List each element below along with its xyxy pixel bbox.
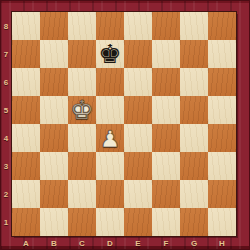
chess-diagram: ♚♚♟ 87654321 ABCDEFGH xyxy=(0,0,250,250)
square-g1[interactable] xyxy=(180,208,208,236)
rank-label-1: 1 xyxy=(0,208,12,236)
square-d2[interactable] xyxy=(96,180,124,208)
square-c2[interactable] xyxy=(68,180,96,208)
square-a4[interactable] xyxy=(12,124,40,152)
square-f7[interactable] xyxy=(152,40,180,68)
square-f6[interactable] xyxy=(152,68,180,96)
rank-label-6: 6 xyxy=(0,68,12,96)
rank-label-8: 8 xyxy=(0,12,12,40)
square-b2[interactable] xyxy=(40,180,68,208)
square-h8[interactable] xyxy=(208,12,236,40)
square-a1[interactable] xyxy=(12,208,40,236)
square-e8[interactable] xyxy=(124,12,152,40)
square-b1[interactable] xyxy=(40,208,68,236)
rank-label-7: 7 xyxy=(0,40,12,68)
chess-board: ♚♚♟ xyxy=(12,12,236,236)
square-b7[interactable] xyxy=(40,40,68,68)
square-h2[interactable] xyxy=(208,180,236,208)
square-h4[interactable] xyxy=(208,124,236,152)
square-e7[interactable] xyxy=(124,40,152,68)
square-e1[interactable] xyxy=(124,208,152,236)
square-c3[interactable] xyxy=(68,152,96,180)
square-a2[interactable] xyxy=(12,180,40,208)
square-h6[interactable] xyxy=(208,68,236,96)
square-c6[interactable] xyxy=(68,68,96,96)
square-d5[interactable] xyxy=(96,96,124,124)
file-label-f: F xyxy=(152,236,180,250)
square-b8[interactable] xyxy=(40,12,68,40)
white-pawn-d4: ♟ xyxy=(100,128,121,151)
square-b3[interactable] xyxy=(40,152,68,180)
square-h1[interactable] xyxy=(208,208,236,236)
square-d8[interactable] xyxy=(96,12,124,40)
square-g3[interactable] xyxy=(180,152,208,180)
square-g8[interactable] xyxy=(180,12,208,40)
square-f2[interactable] xyxy=(152,180,180,208)
square-d3[interactable] xyxy=(96,152,124,180)
square-e6[interactable] xyxy=(124,68,152,96)
square-f4[interactable] xyxy=(152,124,180,152)
file-label-a: A xyxy=(12,236,40,250)
square-a5[interactable] xyxy=(12,96,40,124)
rank-label-2: 2 xyxy=(0,180,12,208)
square-c1[interactable] xyxy=(68,208,96,236)
square-a6[interactable] xyxy=(12,68,40,96)
square-b6[interactable] xyxy=(40,68,68,96)
square-d7[interactable]: ♚ xyxy=(96,40,124,68)
file-label-b: B xyxy=(40,236,68,250)
rank-label-5: 5 xyxy=(0,96,12,124)
white-king-c5: ♚ xyxy=(70,97,93,123)
square-e3[interactable] xyxy=(124,152,152,180)
square-a7[interactable] xyxy=(12,40,40,68)
black-king-d7: ♚ xyxy=(98,41,121,67)
file-label-c: C xyxy=(68,236,96,250)
square-c4[interactable] xyxy=(68,124,96,152)
square-g6[interactable] xyxy=(180,68,208,96)
square-e4[interactable] xyxy=(124,124,152,152)
rank-labels: 87654321 xyxy=(0,12,12,236)
square-g4[interactable] xyxy=(180,124,208,152)
square-c8[interactable] xyxy=(68,12,96,40)
square-b4[interactable] xyxy=(40,124,68,152)
square-f8[interactable] xyxy=(152,12,180,40)
square-a3[interactable] xyxy=(12,152,40,180)
square-f5[interactable] xyxy=(152,96,180,124)
square-f3[interactable] xyxy=(152,152,180,180)
file-label-e: E xyxy=(124,236,152,250)
square-a8[interactable] xyxy=(12,12,40,40)
square-b5[interactable] xyxy=(40,96,68,124)
square-d6[interactable] xyxy=(96,68,124,96)
square-e5[interactable] xyxy=(124,96,152,124)
square-d4[interactable]: ♟ xyxy=(96,124,124,152)
file-label-d: D xyxy=(96,236,124,250)
square-c5[interactable]: ♚ xyxy=(68,96,96,124)
square-h5[interactable] xyxy=(208,96,236,124)
file-label-g: G xyxy=(180,236,208,250)
file-label-h: H xyxy=(208,236,236,250)
square-c7[interactable] xyxy=(68,40,96,68)
square-h7[interactable] xyxy=(208,40,236,68)
square-g7[interactable] xyxy=(180,40,208,68)
square-f1[interactable] xyxy=(152,208,180,236)
rank-label-3: 3 xyxy=(0,152,12,180)
square-h3[interactable] xyxy=(208,152,236,180)
square-g5[interactable] xyxy=(180,96,208,124)
file-labels: ABCDEFGH xyxy=(12,236,236,250)
square-g2[interactable] xyxy=(180,180,208,208)
square-d1[interactable] xyxy=(96,208,124,236)
square-e2[interactable] xyxy=(124,180,152,208)
rank-label-4: 4 xyxy=(0,124,12,152)
